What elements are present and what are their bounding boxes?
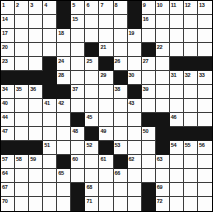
grid-cell[interactable] [170,197,184,211]
grid-cell[interactable]: 49 [99,127,113,141]
clue-number: 70 [2,198,8,204]
grid-cell[interactable] [71,99,85,113]
grid-cell[interactable]: 22 [156,43,170,57]
clue-number: 64 [2,170,8,176]
grid-cell[interactable] [198,15,212,29]
black-cell [156,127,170,141]
grid-cell[interactable] [198,43,212,57]
black-cell [184,127,198,141]
grid-cell[interactable]: 67 [1,183,15,197]
clue-number: 29 [100,72,106,78]
grid-cell[interactable]: 56 [198,141,212,155]
grid-cell[interactable] [99,113,113,127]
black-cell [142,197,156,211]
grid-cell[interactable]: 5 [71,1,85,15]
grid-cell[interactable] [128,113,142,127]
clue-number: 56 [199,142,205,148]
grid-cell[interactable] [15,57,29,71]
black-cell [99,57,113,71]
grid-cell[interactable] [57,113,71,127]
grid-cell[interactable]: 12 [184,1,198,15]
grid-cell[interactable] [184,169,198,183]
grid-cell[interactable]: 72 [156,197,170,211]
clue-number: 48 [72,128,78,134]
black-cell [142,113,156,127]
grid-cell[interactable] [170,183,184,197]
black-cell [170,57,184,71]
grid-cell[interactable] [128,183,142,197]
grid-cell[interactable] [99,183,113,197]
grid-cell[interactable]: 19 [128,29,142,43]
black-cell [15,141,29,155]
grid-cell[interactable] [85,155,99,169]
grid-cell[interactable] [29,169,43,183]
grid-cell[interactable] [128,141,142,155]
grid-cell[interactable]: 14 [1,15,15,29]
grid-cell[interactable] [85,85,99,99]
grid-cell[interactable] [156,15,170,29]
grid-cell[interactable] [156,29,170,43]
grid-cell[interactable]: 64 [1,169,15,183]
clue-number: 53 [115,142,121,148]
black-cell [85,127,99,141]
grid-cell[interactable]: 43 [128,99,142,113]
grid-cell[interactable] [114,29,128,43]
grid-cell[interactable]: 55 [184,141,198,155]
grid-cell[interactable]: 27 [142,57,156,71]
grid-cell[interactable]: 66 [114,169,128,183]
clue-number: 21 [100,44,106,50]
grid-cell[interactable] [57,197,71,211]
grid-cell[interactable] [198,99,212,113]
grid-cell[interactable] [170,43,184,57]
clue-number: 34 [2,86,8,92]
clue-number: 47 [2,128,8,134]
grid-cell[interactable] [114,15,128,29]
grid-cell[interactable] [170,169,184,183]
grid-cell[interactable]: 17 [1,29,15,43]
grid-cell[interactable]: 71 [85,197,99,211]
grid-cell[interactable] [184,155,198,169]
clue-number: 8 [115,2,118,8]
grid-cell[interactable]: 1 [1,1,15,15]
black-cell [198,127,212,141]
clue-number: 15 [72,16,78,22]
clue-number: 40 [2,100,8,106]
clue-number: 11 [171,2,176,8]
clue-number: 7 [100,2,103,8]
clue-number: 49 [100,128,106,134]
clue-number: 61 [100,156,106,162]
clue-number: 39 [143,86,149,92]
grid-cell[interactable] [99,169,113,183]
grid-cell[interactable] [15,99,29,113]
grid-cell[interactable] [71,71,85,85]
grid-cell[interactable] [43,15,57,29]
grid-cell[interactable]: 8 [114,1,128,15]
clue-number: 1 [2,2,5,8]
grid-cell[interactable] [184,113,198,127]
grid-cell[interactable]: 50 [142,127,156,141]
clue-number: 2 [16,2,19,8]
clue-number: 42 [58,100,64,106]
grid-cell[interactable]: 36 [29,85,43,99]
clue-number: 44 [2,114,8,120]
clue-number: 10 [157,2,163,8]
grid-cell[interactable] [198,113,212,127]
clue-number: 17 [2,30,8,36]
grid-cell[interactable] [15,183,29,197]
clue-number: 4 [44,2,47,8]
grid-cell[interactable]: 57 [1,155,15,169]
grid-cell[interactable] [156,85,170,99]
clue-number: 30 [129,72,135,78]
grid-cell[interactable]: 59 [29,155,43,169]
grid-cell[interactable]: 10 [156,1,170,15]
clue-number: 14 [2,16,8,22]
grid-cell[interactable] [29,183,43,197]
grid-cell[interactable]: 15 [71,15,85,29]
grid-cell[interactable] [43,197,57,211]
grid-cell[interactable] [198,197,212,211]
clue-number: 63 [157,156,163,162]
clue-number: 26 [115,58,121,64]
black-cell [170,127,184,141]
grid-cell[interactable] [114,127,128,141]
grid-cell[interactable] [15,43,29,57]
clue-number: 46 [171,114,177,120]
grid-cell[interactable]: 68 [85,183,99,197]
grid-cell[interactable] [29,99,43,113]
black-cell [128,85,142,99]
grid-cell[interactable]: 61 [99,155,113,169]
clue-number: 58 [16,156,22,162]
grid-cell[interactable]: 39 [142,85,156,99]
grid-cell[interactable] [198,85,212,99]
grid-cell[interactable] [156,99,170,113]
black-cell [156,141,170,155]
grid-cell[interactable] [198,29,212,43]
grid-cell[interactable] [198,169,212,183]
clue-number: 13 [199,2,205,8]
grid-cell[interactable] [85,169,99,183]
clue-number: 25 [86,58,92,64]
grid-cell[interactable] [114,183,128,197]
grid-cell[interactable] [29,29,43,43]
grid-cell[interactable]: 42 [57,99,71,113]
clue-number: 50 [143,128,149,134]
grid-cell[interactable] [57,43,71,57]
black-cell [43,57,57,71]
clue-number: 9 [143,2,146,8]
grid-cell[interactable] [71,141,85,155]
black-cell [128,1,142,15]
grid-cell[interactable] [184,183,198,197]
grid-cell[interactable] [128,43,142,57]
clue-number: 32 [185,72,191,78]
grid-cell[interactable] [128,57,142,71]
clue-number: 35 [16,86,22,92]
grid-cell[interactable] [114,113,128,127]
clue-number: 55 [185,142,191,148]
grid-cell[interactable] [43,113,57,127]
grid-cell[interactable] [184,197,198,211]
grid-cell[interactable]: 26 [114,57,128,71]
grid-cell[interactable]: 40 [1,99,15,113]
grid-cell[interactable]: 6 [85,1,99,15]
grid-cell[interactable] [128,169,142,183]
clue-number: 12 [185,2,191,8]
grid-cell[interactable] [184,29,198,43]
clue-number: 33 [199,72,205,78]
clue-number: 45 [86,114,92,120]
grid-cell[interactable]: 30 [128,71,142,85]
clue-number: 52 [86,142,92,148]
grid-cell[interactable] [85,99,99,113]
grid-cell[interactable] [142,29,156,43]
grid-cell[interactable] [15,113,29,127]
grid-cell[interactable]: 25 [85,57,99,71]
grid-cell[interactable]: 53 [114,141,128,155]
grid-cell[interactable] [57,127,71,141]
grid-cell[interactable] [184,85,198,99]
grid-cell[interactable]: 20 [1,43,15,57]
grid-cell[interactable] [99,15,113,29]
grid-cell[interactable] [15,15,29,29]
grid-cell[interactable]: 9 [142,1,156,15]
grid-cell[interactable] [142,141,156,155]
grid-cell[interactable] [114,43,128,57]
grid-cell[interactable]: 58 [15,155,29,169]
clue-number: 69 [157,184,163,190]
grid-cell[interactable] [170,99,184,113]
grid-cell[interactable]: 11 [170,1,184,15]
black-cell [71,197,85,211]
grid-cell[interactable]: 3 [29,1,43,15]
black-cell [198,57,212,71]
grid-cell[interactable] [170,29,184,43]
clue-number: 24 [58,58,64,64]
grid-cell[interactable]: 45 [85,113,99,127]
clue-number: 72 [157,198,163,204]
grid-cell[interactable] [99,99,113,113]
clue-number: 16 [143,16,149,22]
grid-cell[interactable]: 70 [1,197,15,211]
grid-cell[interactable]: 4 [43,1,57,15]
clue-number: 27 [143,58,149,64]
clue-number: 23 [2,58,8,64]
black-cell [1,141,15,155]
grid-cell[interactable]: 7 [99,1,113,15]
grid-cell[interactable] [43,29,57,43]
grid-cell[interactable] [29,113,43,127]
grid-cell[interactable] [99,29,113,43]
grid-cell[interactable]: 48 [71,127,85,141]
clue-number: 36 [30,86,36,92]
grid-cell[interactable]: 54 [170,141,184,155]
grid-cell[interactable]: 46 [170,113,184,127]
grid-cell[interactable] [29,127,43,141]
grid-cell[interactable] [99,85,113,99]
grid-cell[interactable] [170,85,184,99]
grid-cell[interactable] [15,197,29,211]
clue-number: 68 [86,184,92,190]
grid-cell[interactable]: 37 [71,85,85,99]
grid-cell[interactable]: 33 [198,71,212,85]
clue-number: 71 [86,198,92,204]
grid-cell[interactable]: 28 [57,71,71,85]
grid-cell[interactable] [85,15,99,29]
black-cell [156,113,170,127]
grid-cell[interactable] [43,127,57,141]
grid-cell[interactable] [170,15,184,29]
grid-cell[interactable] [43,43,57,57]
grid-cell[interactable]: 52 [85,141,99,155]
grid-cell[interactable]: 35 [15,85,29,99]
grid-cell[interactable] [156,57,170,71]
grid-cell[interactable]: 62 [128,155,142,169]
clue-number: 37 [72,86,78,92]
grid-cell[interactable]: 29 [99,71,113,85]
crossword-grid: 1234567891011121314151617181920212223242… [0,0,213,212]
black-cell [43,71,57,85]
grid-cell[interactable] [184,99,198,113]
grid-cell[interactable] [57,183,71,197]
clue-number: 51 [44,142,50,148]
clue-number: 6 [86,2,89,8]
black-cell [57,85,71,99]
clue-number: 43 [129,100,135,106]
black-cell [142,183,156,197]
black-cell [85,43,99,57]
grid-cell[interactable] [85,29,99,43]
grid-cell[interactable]: 44 [1,113,15,127]
grid-cell[interactable] [43,183,57,197]
black-cell [57,1,71,15]
grid-cell[interactable]: 23 [1,57,15,71]
grid-cell[interactable] [15,127,29,141]
grid-cell[interactable]: 2 [15,1,29,15]
grid-cell[interactable] [128,127,142,141]
grid-cell[interactable]: 21 [99,43,113,57]
grid-cell[interactable] [43,155,57,169]
grid-cell[interactable]: 32 [184,71,198,85]
grid-cell[interactable] [198,183,212,197]
grid-cell[interactable] [43,169,57,183]
black-cell [1,71,15,85]
grid-cell[interactable]: 60 [71,155,85,169]
grid-cell[interactable] [29,15,43,29]
grid-cell[interactable] [114,197,128,211]
grid-cell[interactable]: 34 [1,85,15,99]
grid-cell[interactable]: 24 [57,57,71,71]
black-cell [57,15,71,29]
clue-number: 19 [129,30,135,36]
grid-cell[interactable] [184,43,198,57]
black-cell [99,141,113,155]
clue-number: 22 [157,44,163,50]
grid-cell[interactable] [71,169,85,183]
black-cell [29,71,43,85]
black-cell [184,57,198,71]
grid-cell[interactable] [71,57,85,71]
grid-cell[interactable]: 65 [57,169,71,183]
grid-cell[interactable] [15,169,29,183]
black-cell [43,85,57,99]
clue-number: 18 [58,30,64,36]
grid-cell[interactable] [184,15,198,29]
grid-cell[interactable]: 63 [156,155,170,169]
clue-number: 59 [30,156,36,162]
black-cell [114,155,128,169]
black-cell [29,141,43,155]
grid-cell[interactable] [198,155,212,169]
clue-number: 57 [2,156,8,162]
grid-cell[interactable] [29,43,43,57]
black-cell [57,155,71,169]
black-cell [114,71,128,85]
grid-cell[interactable] [85,71,99,85]
black-cell [128,15,142,29]
clue-number: 60 [72,156,78,162]
grid-cell[interactable] [114,99,128,113]
clue-number: 28 [58,72,64,78]
grid-cell[interactable]: 38 [114,85,128,99]
grid-cell[interactable] [57,141,71,155]
grid-cell[interactable] [142,169,156,183]
clue-number: 20 [2,44,8,50]
grid-cell[interactable]: 16 [142,15,156,29]
grid-cell[interactable] [156,169,170,183]
grid-cell[interactable]: 31 [170,71,184,85]
clue-number: 65 [58,170,64,176]
grid-cell[interactable]: 13 [198,1,212,15]
black-cell [71,113,85,127]
clue-number: 62 [129,156,135,162]
grid-cell[interactable] [99,197,113,211]
grid-cell[interactable]: 51 [43,141,57,155]
clue-number: 3 [30,2,33,8]
clue-number: 41 [44,100,50,106]
clue-number: 5 [72,2,75,8]
grid-cell[interactable] [15,29,29,43]
grid-cell[interactable] [142,71,156,85]
grid-cell[interactable]: 69 [156,183,170,197]
black-cell [71,183,85,197]
clue-number: 31 [171,72,177,78]
grid-cell[interactable]: 41 [43,99,57,113]
grid-cell[interactable] [156,71,170,85]
grid-cell[interactable] [29,197,43,211]
clue-number: 38 [115,86,121,92]
grid-cell[interactable] [142,99,156,113]
clue-number: 66 [115,170,121,176]
grid-cell[interactable] [142,155,156,169]
grid-cell[interactable] [29,57,43,71]
black-cell [142,43,156,57]
grid-cell[interactable]: 18 [57,29,71,43]
grid-cell[interactable] [71,29,85,43]
black-cell [15,71,29,85]
clue-number: 54 [171,142,177,148]
grid-cell[interactable] [170,155,184,169]
clue-number: 67 [2,184,8,190]
grid-cell[interactable] [71,43,85,57]
grid-cell[interactable]: 47 [1,127,15,141]
grid-cell[interactable] [128,197,142,211]
